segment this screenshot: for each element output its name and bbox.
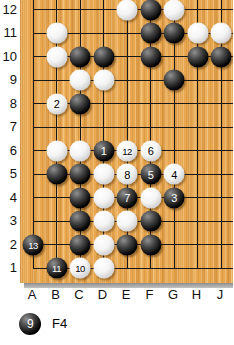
stone-black-G4-move-3: 3 xyxy=(164,187,185,208)
file-label-C: C xyxy=(69,288,89,302)
stone-black-F11 xyxy=(140,23,161,44)
file-label-A: A xyxy=(22,288,42,302)
move-number: 1 xyxy=(101,145,107,157)
move-number: 2 xyxy=(54,98,60,110)
rank-label-4: 4 xyxy=(0,190,17,206)
stone-white-C6 xyxy=(70,140,91,161)
stone-black-C3 xyxy=(70,211,91,232)
stone-white-D9 xyxy=(93,70,114,91)
stone-black-C4 xyxy=(70,187,91,208)
stone-white-J11 xyxy=(211,23,232,44)
move-number: 4 xyxy=(171,168,177,180)
file-label-F: F xyxy=(140,288,160,302)
stone-black-D10 xyxy=(93,46,114,67)
move-number: 12 xyxy=(122,145,132,156)
stone-black-H10 xyxy=(187,46,208,67)
stone-white-C9 xyxy=(70,70,91,91)
stone-white-B11 xyxy=(46,23,67,44)
file-label-E: E xyxy=(116,288,136,302)
stone-white-D5 xyxy=(93,164,114,185)
stone-black-F12 xyxy=(140,0,161,20)
stone-black-C2 xyxy=(70,234,91,255)
stone-black-F5-move-5: 5 xyxy=(140,164,161,185)
stone-white-B10 xyxy=(46,46,67,67)
stone-black-D6-move-1: 1 xyxy=(93,140,114,161)
rank-label-3: 3 xyxy=(0,213,17,229)
stone-white-G5-move-4: 4 xyxy=(164,164,185,185)
file-label-D: D xyxy=(93,288,113,302)
stone-black-G11 xyxy=(164,23,185,44)
move-number: 8 xyxy=(124,168,130,180)
stone-black-C10 xyxy=(70,46,91,67)
file-label-B: B xyxy=(46,288,66,302)
stone-white-G12 xyxy=(164,0,185,20)
rank-label-1: 1 xyxy=(0,260,17,276)
stone-white-D4 xyxy=(93,187,114,208)
stone-white-E3 xyxy=(117,211,138,232)
go-board[interactable]: 2112685473131110 xyxy=(20,0,233,283)
grid-line-col-A xyxy=(33,0,34,269)
stone-black-G9 xyxy=(164,70,185,91)
stone-black-F2 xyxy=(140,234,161,255)
rank-label-10: 10 xyxy=(0,49,17,65)
move-number: 5 xyxy=(148,168,154,180)
caption-point-label: F4 xyxy=(52,316,67,332)
rank-label-11: 11 xyxy=(0,25,17,41)
move-number: 11 xyxy=(52,263,61,274)
stone-black-F3 xyxy=(140,211,161,232)
caption: 9 F4 xyxy=(0,310,233,338)
stone-black-C8 xyxy=(70,93,91,114)
stone-black-B5 xyxy=(46,164,67,185)
move-number: 10 xyxy=(75,263,85,274)
stone-white-F4 xyxy=(140,187,161,208)
rank-label-9: 9 xyxy=(0,72,17,88)
stone-white-E12 xyxy=(117,0,138,20)
stone-white-D2 xyxy=(93,234,114,255)
stone-black-A2-move-13: 13 xyxy=(23,234,44,255)
stone-black-C5 xyxy=(70,164,91,185)
move-number: 13 xyxy=(28,239,38,250)
rank-label-8: 8 xyxy=(0,96,17,112)
move-number: 7 xyxy=(124,192,130,204)
caption-move-number: 9 xyxy=(27,317,33,331)
file-label-J: J xyxy=(210,288,230,302)
grid-line-row-7 xyxy=(33,127,234,128)
stone-black-B1-move-11: 11 xyxy=(46,258,67,279)
stone-white-D3 xyxy=(93,211,114,232)
stone-black-E4-move-7: 7 xyxy=(117,187,138,208)
stone-white-E6-move-12: 12 xyxy=(117,140,138,161)
grid-line-row-9 xyxy=(33,80,234,81)
stone-white-B8-move-2: 2 xyxy=(46,93,67,114)
stone-white-D1 xyxy=(93,258,114,279)
rank-label-2: 2 xyxy=(0,237,17,253)
move-number: 6 xyxy=(148,145,154,157)
file-label-H: H xyxy=(187,288,207,302)
caption-stone-black-9: 9 xyxy=(19,313,41,335)
rank-label-6: 6 xyxy=(0,143,17,159)
file-label-G: G xyxy=(163,288,183,302)
stone-white-F6-move-6: 6 xyxy=(140,140,161,161)
go-kifu-diagram: 2112685473131110 121110987654321 ABCDEFG… xyxy=(0,0,233,345)
rank-label-12: 12 xyxy=(0,2,17,18)
stone-black-E2 xyxy=(117,234,138,255)
rank-label-7: 7 xyxy=(0,119,17,135)
rank-label-5: 5 xyxy=(0,166,17,182)
stone-white-B6 xyxy=(46,140,67,161)
stone-white-E5-move-8: 8 xyxy=(117,164,138,185)
stone-white-H11 xyxy=(187,23,208,44)
move-number: 3 xyxy=(171,192,177,204)
stone-black-F10 xyxy=(140,46,161,67)
stone-black-J10 xyxy=(211,46,232,67)
stone-white-C1-move-10: 10 xyxy=(70,258,91,279)
